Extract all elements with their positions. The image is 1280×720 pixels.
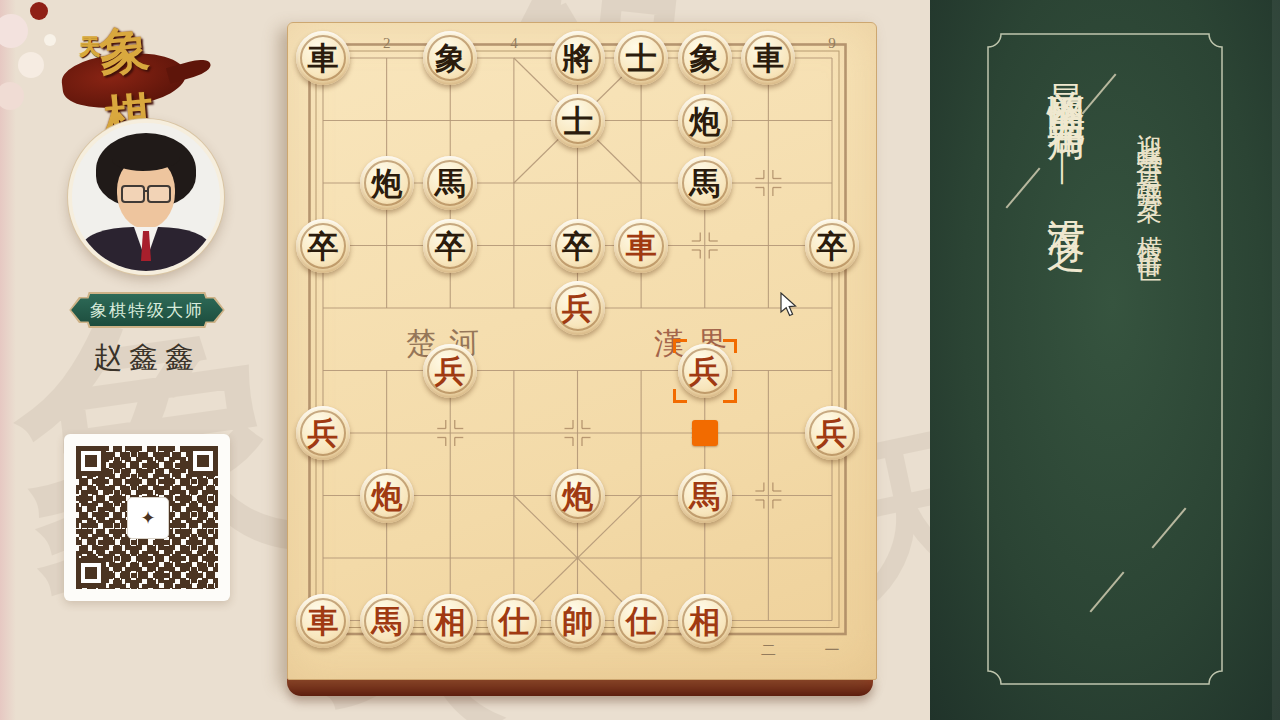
piece-glyph: 象: [435, 42, 466, 74]
xiangqi-piece-red[interactable]: 馬: [678, 469, 732, 523]
piece-glyph: 炮: [371, 167, 402, 199]
piece-glyph: 象: [689, 42, 720, 74]
xiangqi-piece-red[interactable]: 兵: [296, 406, 350, 460]
xiangqi-piece-red[interactable]: 兵: [423, 344, 477, 398]
piece-glyph: 仕: [626, 605, 657, 637]
xiangqi-piece-red[interactable]: 帥: [551, 594, 605, 648]
xiangqi-piece-black[interactable]: 卒: [551, 219, 605, 273]
xiangqi-piece-red[interactable]: 炮: [360, 469, 414, 523]
xiangqi-piece-black[interactable]: 將: [551, 31, 605, 85]
file-label-bottom: 一: [822, 641, 842, 660]
xiangqi-piece-red[interactable]: 相: [423, 594, 477, 648]
player-name: 赵鑫鑫: [40, 338, 254, 378]
piece-glyph: 馬: [435, 167, 466, 199]
piece-glyph: 仕: [498, 605, 529, 637]
lecture-title: 最凶悍的先手布局——没有之一: [1040, 54, 1091, 214]
avatar: [68, 119, 224, 275]
piece-glyph: 炮: [371, 480, 402, 512]
piece-glyph: 馬: [371, 605, 402, 637]
piece-glyph: 兵: [689, 355, 720, 387]
xiangqi-piece-red[interactable]: 兵: [678, 344, 732, 398]
lecture-subtitle: 迎战兵三进一最强方案，横空出世: [1132, 112, 1167, 243]
piece-glyph: 相: [435, 605, 466, 637]
piece-glyph: 兵: [562, 292, 593, 324]
xiangqi-piece-black[interactable]: 炮: [360, 156, 414, 210]
qr-finder-icon: [188, 446, 218, 476]
piece-glyph: 帥: [562, 605, 593, 637]
piece-glyph: 馬: [689, 480, 720, 512]
piece-glyph: 兵: [435, 355, 466, 387]
piece-glyph: 士: [626, 42, 657, 74]
qr-center-logo: ✦: [127, 497, 169, 539]
piece-glyph: 車: [308, 605, 339, 637]
player-title-badge: 象棋特级大师: [66, 292, 228, 328]
piece-glyph: 馬: [689, 167, 720, 199]
piece-glyph: 兵: [817, 417, 848, 449]
piece-glyph: 卒: [817, 230, 848, 262]
xiangqi-piece-black[interactable]: 卒: [805, 219, 859, 273]
badge-label: 象棋特级大师: [90, 299, 204, 322]
piece-glyph: 車: [753, 42, 784, 74]
xiangqi-piece-red[interactable]: 車: [614, 219, 668, 273]
xiangqi-piece-red[interactable]: 仕: [614, 594, 668, 648]
file-label-top: 4: [504, 35, 524, 52]
screen: 象 棋 天 天 天天 象棋 象棋特级大师 赵鑫鑫 ✦ 楚河: [0, 0, 1280, 720]
xiangqi-piece-red[interactable]: 炮: [551, 469, 605, 523]
xiangqi-piece-black[interactable]: 卒: [423, 219, 477, 273]
piece-glyph: 車: [626, 230, 657, 262]
piece-glyph: 炮: [562, 480, 593, 512]
xiangqi-piece-black[interactable]: 車: [296, 31, 350, 85]
piece-glyph: 卒: [435, 230, 466, 262]
piece-glyph: 卒: [308, 230, 339, 262]
xiangqi-piece-red[interactable]: 兵: [805, 406, 859, 460]
piece-glyph: 兵: [308, 417, 339, 449]
piece-glyph: 炮: [689, 105, 720, 137]
xiangqi-piece-black[interactable]: 象: [678, 31, 732, 85]
piece-glyph: 士: [562, 105, 593, 137]
xiangqi-piece-black[interactable]: 士: [551, 94, 605, 148]
xiangqi-piece-red[interactable]: 兵: [551, 281, 605, 335]
xiangqi-piece-red[interactable]: 馬: [360, 594, 414, 648]
piece-glyph: 卒: [562, 230, 593, 262]
xiangqi-piece-red[interactable]: 相: [678, 594, 732, 648]
app-logo: 天天 象棋: [14, 6, 194, 114]
qr-finder-icon: [76, 558, 106, 588]
decor-frame: [930, 0, 1280, 720]
xiangqi-piece-black[interactable]: 象: [423, 31, 477, 85]
xiangqi-piece-black[interactable]: 士: [614, 31, 668, 85]
piece-glyph: 相: [689, 605, 720, 637]
xiangqi-board[interactable]: 楚河 漢界 249二一車象將士象車士炮炮馬馬卒卒卒卒車兵兵兵兵兵炮炮馬車馬相仕帥…: [287, 22, 877, 680]
last-move-origin-marker: [692, 420, 718, 446]
file-label-top: 2: [377, 35, 397, 52]
xiangqi-piece-black[interactable]: 馬: [423, 156, 477, 210]
glasses-icon: [121, 185, 171, 201]
xiangqi-piece-black[interactable]: 卒: [296, 219, 350, 273]
file-label-top: 9: [822, 35, 842, 52]
right-panel: [930, 0, 1280, 720]
xiangqi-piece-red[interactable]: 車: [296, 594, 350, 648]
xiangqi-piece-black[interactable]: 炮: [678, 94, 732, 148]
piece-glyph: 將: [562, 42, 593, 74]
file-label-bottom: 二: [758, 641, 778, 660]
qr-finder-icon: [76, 446, 106, 476]
xiangqi-piece-black[interactable]: 馬: [678, 156, 732, 210]
qr-code: ✦: [64, 434, 230, 601]
xiangqi-piece-black[interactable]: 車: [741, 31, 795, 85]
mouse-cursor: [780, 292, 802, 318]
piece-glyph: 車: [308, 42, 339, 74]
xiangqi-piece-red[interactable]: 仕: [487, 594, 541, 648]
